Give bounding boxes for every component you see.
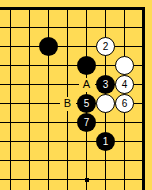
grid-line-horizontal (0, 46, 145, 47)
board-edge-right (142, 7, 145, 190)
star-point (85, 178, 89, 182)
go-board-diagram: AB2345671 (0, 0, 152, 190)
board-edge-top (0, 7, 145, 10)
move-number: 1 (103, 137, 109, 147)
grid-line-horizontal (0, 27, 145, 28)
stone-white-R17-move-2: 2 (96, 37, 115, 56)
stone-white-R14 (96, 94, 115, 113)
grid-line-horizontal (0, 141, 145, 142)
move-number: 7 (84, 118, 90, 128)
move-number: 2 (103, 42, 109, 52)
point-label-A: A (79, 78, 95, 92)
grid-line-horizontal (0, 179, 145, 180)
stone-black-Q14-move-5: 5 (77, 94, 96, 113)
stone-white-S15-move-4: 4 (115, 75, 134, 94)
stone-black-Q16 (77, 56, 96, 75)
grid-line-horizontal (0, 122, 145, 123)
stone-black-Q13-move-7: 7 (77, 113, 96, 132)
grid-line-vertical (48, 7, 49, 190)
grid-line-vertical (29, 7, 30, 190)
stone-white-S14-move-6: 6 (115, 94, 134, 113)
move-number: 4 (122, 80, 128, 90)
grid-line-vertical (10, 7, 11, 190)
move-number: 3 (103, 80, 109, 90)
stone-black-R15-move-3: 3 (96, 75, 115, 94)
move-number: 5 (84, 99, 90, 109)
move-number: 6 (122, 99, 128, 109)
stone-black-O17 (39, 37, 58, 56)
point-label-B: B (60, 97, 76, 111)
stone-white-S16 (115, 56, 134, 75)
grid-line-horizontal (0, 160, 145, 161)
stone-black-R12-move-1: 1 (96, 132, 115, 151)
